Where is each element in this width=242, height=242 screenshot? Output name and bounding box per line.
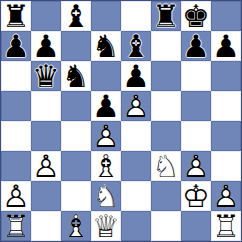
square-b2[interactable]	[31, 181, 61, 211]
square-b8[interactable]	[31, 1, 61, 31]
square-e1[interactable]	[121, 211, 151, 241]
square-d3[interactable]: ♝♗	[91, 151, 121, 181]
piece-white-pawn[interactable]: ♟♙	[121, 91, 151, 121]
square-f5[interactable]	[151, 91, 181, 121]
white-piece-outline-layer: ♙	[211, 181, 241, 211]
square-e7[interactable]: ♝	[121, 31, 151, 61]
square-f1[interactable]	[151, 211, 181, 241]
square-g1[interactable]	[181, 211, 211, 241]
white-piece-outline-layer: ♖	[1, 211, 31, 241]
square-c3[interactable]	[61, 151, 91, 181]
square-b1[interactable]	[31, 211, 61, 241]
white-piece-outline-layer: ♖	[211, 211, 241, 241]
piece-black-knight[interactable]: ♞	[91, 31, 121, 61]
white-piece-outline-layer: ♙	[91, 121, 121, 151]
square-e3[interactable]	[121, 151, 151, 181]
piece-white-pawn[interactable]: ♟♙	[1, 181, 31, 211]
square-g6[interactable]	[181, 61, 211, 91]
square-a4[interactable]	[1, 121, 31, 151]
square-b4[interactable]	[31, 121, 61, 151]
square-a3[interactable]	[1, 151, 31, 181]
square-d5[interactable]: ♟	[91, 91, 121, 121]
square-g2[interactable]: ♚♔	[181, 181, 211, 211]
piece-black-pawn[interactable]: ♟	[121, 61, 151, 91]
piece-black-pawn[interactable]: ♟	[1, 31, 31, 61]
square-b3[interactable]: ♟♙	[31, 151, 61, 181]
square-c6[interactable]: ♞	[61, 61, 91, 91]
square-b6[interactable]: ♛	[31, 61, 61, 91]
square-g4[interactable]	[181, 121, 211, 151]
square-h5[interactable]	[211, 91, 241, 121]
piece-black-rook[interactable]: ♜	[1, 1, 31, 31]
piece-black-queen[interactable]: ♛	[31, 61, 61, 91]
square-h1[interactable]: ♜♖	[211, 211, 241, 241]
white-piece-outline-layer: ♙	[181, 151, 211, 181]
square-a1[interactable]: ♜♖	[1, 211, 31, 241]
piece-white-pawn[interactable]: ♟♙	[31, 151, 61, 181]
square-h8[interactable]	[211, 1, 241, 31]
white-piece-outline-layer: ♘	[91, 181, 121, 211]
piece-black-king[interactable]: ♚	[181, 1, 211, 31]
piece-white-queen[interactable]: ♛♕	[91, 211, 121, 241]
white-piece-outline-layer: ♗	[61, 211, 91, 241]
piece-white-pawn[interactable]: ♟♙	[211, 181, 241, 211]
square-g3[interactable]: ♟♙	[181, 151, 211, 181]
white-piece-outline-layer: ♙	[1, 181, 31, 211]
square-a2[interactable]: ♟♙	[1, 181, 31, 211]
square-d4[interactable]: ♟♙	[91, 121, 121, 151]
square-e2[interactable]	[121, 181, 151, 211]
white-piece-outline-layer: ♘	[151, 151, 181, 181]
square-g5[interactable]	[181, 91, 211, 121]
white-piece-outline-layer: ♙	[121, 91, 151, 121]
square-d7[interactable]: ♞	[91, 31, 121, 61]
square-d2[interactable]: ♞♘	[91, 181, 121, 211]
square-h7[interactable]: ♟	[211, 31, 241, 61]
white-piece-outline-layer: ♗	[91, 151, 121, 181]
square-c5[interactable]	[61, 91, 91, 121]
piece-white-knight[interactable]: ♞♘	[91, 181, 121, 211]
piece-black-knight[interactable]: ♞	[61, 61, 91, 91]
piece-black-pawn[interactable]: ♟	[211, 31, 241, 61]
piece-black-bishop[interactable]: ♝	[121, 31, 151, 61]
piece-white-bishop[interactable]: ♝♗	[91, 151, 121, 181]
square-d1[interactable]: ♛♕	[91, 211, 121, 241]
square-c4[interactable]	[61, 121, 91, 151]
square-f6[interactable]	[151, 61, 181, 91]
square-h3[interactable]	[211, 151, 241, 181]
square-g8[interactable]: ♚	[181, 1, 211, 31]
square-h2[interactable]: ♟♙	[211, 181, 241, 211]
square-c8[interactable]: ♝	[61, 1, 91, 31]
square-e8[interactable]	[121, 1, 151, 31]
square-d6[interactable]	[91, 61, 121, 91]
square-b5[interactable]	[31, 91, 61, 121]
square-h6[interactable]	[211, 61, 241, 91]
square-h4[interactable]	[211, 121, 241, 151]
chess-board: ♜♝♜♚♟♟♞♝♟♟♛♞♟♟♟♙♟♙♟♙♝♗♞♘♟♙♟♙♞♘♚♔♟♙♜♖♝♗♛♕…	[0, 0, 242, 242]
square-f3[interactable]: ♞♘	[151, 151, 181, 181]
piece-black-pawn[interactable]: ♟	[181, 31, 211, 61]
square-a7[interactable]: ♟	[1, 31, 31, 61]
white-piece-outline-layer: ♕	[91, 211, 121, 241]
piece-white-rook[interactable]: ♜♖	[1, 211, 31, 241]
square-c1[interactable]: ♝♗	[61, 211, 91, 241]
piece-black-bishop[interactable]: ♝	[61, 1, 91, 31]
square-c7[interactable]	[61, 31, 91, 61]
piece-white-king[interactable]: ♚♔	[181, 181, 211, 211]
white-piece-outline-layer: ♔	[181, 181, 211, 211]
square-e5[interactable]: ♟♙	[121, 91, 151, 121]
square-f4[interactable]	[151, 121, 181, 151]
piece-black-rook[interactable]: ♜	[151, 1, 181, 31]
square-a8[interactable]: ♜	[1, 1, 31, 31]
square-b7[interactable]: ♟	[31, 31, 61, 61]
piece-white-knight[interactable]: ♞♘	[151, 151, 181, 181]
square-a5[interactable]	[1, 91, 31, 121]
piece-white-pawn[interactable]: ♟♙	[91, 121, 121, 151]
piece-black-pawn[interactable]: ♟	[31, 31, 61, 61]
piece-black-pawn[interactable]: ♟	[91, 91, 121, 121]
square-e4[interactable]	[121, 121, 151, 151]
square-f8[interactable]: ♜	[151, 1, 181, 31]
square-e6[interactable]: ♟	[121, 61, 151, 91]
square-f7[interactable]	[151, 31, 181, 61]
square-c2[interactable]	[61, 181, 91, 211]
square-d8[interactable]	[91, 1, 121, 31]
square-g7[interactable]: ♟	[181, 31, 211, 61]
square-a6[interactable]	[1, 61, 31, 91]
white-piece-outline-layer: ♙	[31, 151, 61, 181]
piece-white-rook[interactable]: ♜♖	[211, 211, 241, 241]
piece-white-pawn[interactable]: ♟♙	[181, 151, 211, 181]
square-f2[interactable]	[151, 181, 181, 211]
piece-white-bishop[interactable]: ♝♗	[61, 211, 91, 241]
